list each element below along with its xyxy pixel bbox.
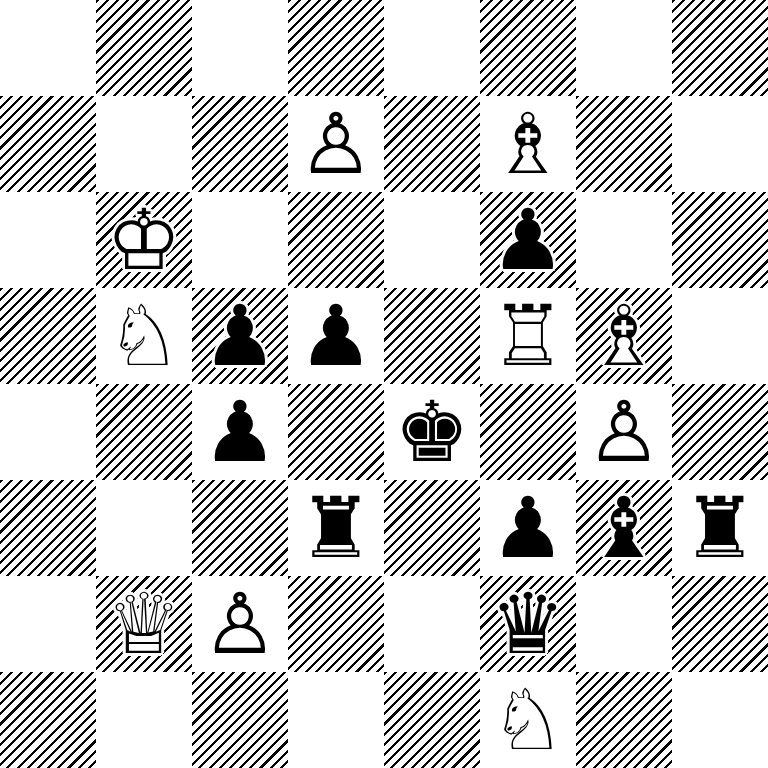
piece-glyph: ♙	[192, 576, 288, 672]
piece-fill: ♝	[480, 96, 576, 192]
square-e6[interactable]	[384, 192, 480, 288]
piece-fill: ♚	[384, 384, 480, 480]
piece-glyph: ♗	[576, 288, 672, 384]
square-h6[interactable]	[672, 192, 768, 288]
square-c3[interactable]	[192, 480, 288, 576]
piece-fill: ♚	[96, 192, 192, 288]
black-pawn-c5: ♟♟	[192, 288, 288, 384]
square-c7[interactable]	[192, 96, 288, 192]
square-b4[interactable]	[96, 384, 192, 480]
piece-fill: ♟	[576, 384, 672, 480]
square-d2[interactable]	[288, 576, 384, 672]
square-b5[interactable]: ♞♘	[96, 288, 192, 384]
square-c1[interactable]	[192, 672, 288, 768]
black-pawn-f3: ♟♟	[480, 480, 576, 576]
white-knight-b5: ♞♘	[96, 288, 192, 384]
piece-glyph: ♙	[288, 96, 384, 192]
square-h2[interactable]	[672, 576, 768, 672]
white-king-b6: ♚♔	[96, 192, 192, 288]
square-h3[interactable]: ♜♜	[672, 480, 768, 576]
piece-fill: ♞	[96, 288, 192, 384]
square-g5[interactable]: ♝♗	[576, 288, 672, 384]
square-b6[interactable]: ♚♔	[96, 192, 192, 288]
black-bishop-g3: ♝♝	[576, 480, 672, 576]
square-e4[interactable]: ♚♚	[384, 384, 480, 480]
piece-glyph: ♟	[288, 288, 384, 384]
square-g3[interactable]: ♝♝	[576, 480, 672, 576]
piece-glyph: ♟	[192, 288, 288, 384]
piece-glyph: ♘	[96, 288, 192, 384]
square-d7[interactable]: ♟♙	[288, 96, 384, 192]
white-bishop-f7: ♝♗	[480, 96, 576, 192]
square-e5[interactable]	[384, 288, 480, 384]
square-h4[interactable]	[672, 384, 768, 480]
piece-glyph: ♔	[96, 192, 192, 288]
square-f1[interactable]: ♞♘	[480, 672, 576, 768]
square-g1[interactable]	[576, 672, 672, 768]
piece-fill: ♞	[480, 672, 576, 768]
square-f8[interactable]	[480, 0, 576, 96]
piece-fill: ♟	[192, 384, 288, 480]
piece-glyph: ♚	[384, 384, 480, 480]
chess-board: ♟♙♝♗♚♔♟♟♞♘♟♟♟♟♜♖♝♗♟♟♚♚♟♙♜♜♟♟♝♝♜♜♛♕♟♙♛♛♞♘	[0, 0, 768, 768]
black-king-e4: ♚♚	[384, 384, 480, 480]
piece-glyph: ♟	[480, 480, 576, 576]
piece-fill: ♟	[288, 288, 384, 384]
white-knight-f1: ♞♘	[480, 672, 576, 768]
piece-glyph: ♟	[480, 192, 576, 288]
square-c5[interactable]: ♟♟	[192, 288, 288, 384]
white-queen-b2: ♛♕	[96, 576, 192, 672]
square-f3[interactable]: ♟♟	[480, 480, 576, 576]
square-e8[interactable]	[384, 0, 480, 96]
square-b7[interactable]	[96, 96, 192, 192]
square-d8[interactable]	[288, 0, 384, 96]
square-f7[interactable]: ♝♗	[480, 96, 576, 192]
piece-fill: ♟	[288, 96, 384, 192]
piece-fill: ♜	[672, 480, 768, 576]
square-h5[interactable]	[672, 288, 768, 384]
black-pawn-d5: ♟♟	[288, 288, 384, 384]
white-rook-f5: ♜♖	[480, 288, 576, 384]
square-g2[interactable]	[576, 576, 672, 672]
square-e2[interactable]	[384, 576, 480, 672]
square-c8[interactable]	[192, 0, 288, 96]
white-pawn-g4: ♟♙	[576, 384, 672, 480]
square-h8[interactable]	[672, 0, 768, 96]
square-a4[interactable]	[0, 384, 96, 480]
piece-fill: ♜	[480, 288, 576, 384]
square-a2[interactable]	[0, 576, 96, 672]
square-a1[interactable]	[0, 672, 96, 768]
black-pawn-f6: ♟♟	[480, 192, 576, 288]
piece-glyph: ♗	[480, 96, 576, 192]
square-d4[interactable]	[288, 384, 384, 480]
white-pawn-c2: ♟♙	[192, 576, 288, 672]
white-pawn-d7: ♟♙	[288, 96, 384, 192]
square-b1[interactable]	[96, 672, 192, 768]
piece-glyph: ♕	[96, 576, 192, 672]
piece-glyph: ♝	[576, 480, 672, 576]
piece-fill: ♛	[480, 576, 576, 672]
piece-fill: ♛	[96, 576, 192, 672]
square-c2[interactable]: ♟♙	[192, 576, 288, 672]
square-f2[interactable]: ♛♛	[480, 576, 576, 672]
square-a5[interactable]	[0, 288, 96, 384]
square-f5[interactable]: ♜♖	[480, 288, 576, 384]
square-g7[interactable]	[576, 96, 672, 192]
piece-glyph: ♛	[480, 576, 576, 672]
square-g4[interactable]: ♟♙	[576, 384, 672, 480]
square-h7[interactable]	[672, 96, 768, 192]
piece-glyph: ♟	[192, 384, 288, 480]
black-queen-f2: ♛♛	[480, 576, 576, 672]
piece-fill: ♟	[192, 288, 288, 384]
piece-glyph: ♙	[576, 384, 672, 480]
square-c6[interactable]	[192, 192, 288, 288]
black-rook-d3: ♜♜	[288, 480, 384, 576]
square-b2[interactable]: ♛♕	[96, 576, 192, 672]
piece-glyph: ♜	[672, 480, 768, 576]
square-e1[interactable]	[384, 672, 480, 768]
piece-fill: ♜	[288, 480, 384, 576]
piece-glyph: ♘	[480, 672, 576, 768]
square-f6[interactable]: ♟♟	[480, 192, 576, 288]
square-d5[interactable]: ♟♟	[288, 288, 384, 384]
square-b3[interactable]	[96, 480, 192, 576]
square-d1[interactable]	[288, 672, 384, 768]
square-g8[interactable]	[576, 0, 672, 96]
piece-fill: ♟	[480, 192, 576, 288]
square-c4[interactable]: ♟♟	[192, 384, 288, 480]
black-rook-h3: ♜♜	[672, 480, 768, 576]
square-e3[interactable]	[384, 480, 480, 576]
white-bishop-g5: ♝♗	[576, 288, 672, 384]
square-a6[interactable]	[0, 192, 96, 288]
square-a7[interactable]	[0, 96, 96, 192]
square-b8[interactable]	[96, 0, 192, 96]
square-h1[interactable]	[672, 672, 768, 768]
square-d6[interactable]	[288, 192, 384, 288]
square-d3[interactable]: ♜♜	[288, 480, 384, 576]
square-f4[interactable]	[480, 384, 576, 480]
square-a8[interactable]	[0, 0, 96, 96]
piece-fill: ♝	[576, 288, 672, 384]
black-pawn-c4: ♟♟	[192, 384, 288, 480]
square-e7[interactable]	[384, 96, 480, 192]
piece-fill: ♝	[576, 480, 672, 576]
square-g6[interactable]	[576, 192, 672, 288]
piece-fill: ♟	[192, 576, 288, 672]
square-a3[interactable]	[0, 480, 96, 576]
piece-glyph: ♖	[480, 288, 576, 384]
piece-fill: ♟	[480, 480, 576, 576]
piece-glyph: ♜	[288, 480, 384, 576]
